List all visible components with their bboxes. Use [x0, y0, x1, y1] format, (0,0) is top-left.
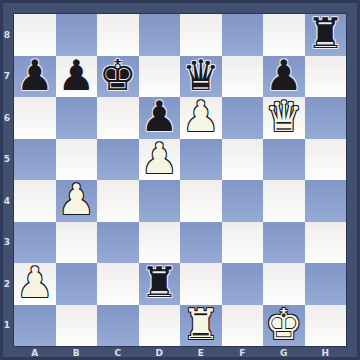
white-pawn[interactable]: ♟: [16, 263, 54, 304]
rank-label-8: 8: [0, 14, 14, 56]
square-d4[interactable]: [139, 180, 181, 222]
square-a3[interactable]: [14, 222, 56, 264]
file-label-f: F: [222, 346, 264, 360]
square-g1[interactable]: ♚: [263, 305, 305, 347]
square-a4[interactable]: [14, 180, 56, 222]
black-queen[interactable]: ♛: [182, 56, 220, 97]
square-h8[interactable]: ♜: [305, 14, 347, 56]
square-b1[interactable]: [56, 305, 98, 347]
rank-label-2: 2: [0, 263, 14, 305]
file-label-g: G: [263, 346, 305, 360]
rank-label-3: 3: [0, 222, 14, 264]
square-e7[interactable]: ♛: [180, 56, 222, 98]
black-pawn[interactable]: ♟: [140, 97, 178, 138]
square-a7[interactable]: ♟: [14, 56, 56, 98]
rank-label-6: 6: [0, 97, 14, 139]
square-b5[interactable]: [56, 139, 98, 181]
square-c8[interactable]: [97, 14, 139, 56]
square-b4[interactable]: ♟: [56, 180, 98, 222]
square-a1[interactable]: [14, 305, 56, 347]
file-label-h: H: [305, 346, 347, 360]
square-h5[interactable]: [305, 139, 347, 181]
square-e3[interactable]: [180, 222, 222, 264]
rank-label-4: 4: [0, 180, 14, 222]
rank-label-1: 1: [0, 305, 14, 347]
square-e5[interactable]: [180, 139, 222, 181]
square-f4[interactable]: [222, 180, 264, 222]
black-rook[interactable]: ♜: [140, 263, 178, 304]
square-h6[interactable]: [305, 97, 347, 139]
square-c3[interactable]: [97, 222, 139, 264]
square-f5[interactable]: [222, 139, 264, 181]
square-d3[interactable]: [139, 222, 181, 264]
square-h3[interactable]: [305, 222, 347, 264]
square-d6[interactable]: ♟: [139, 97, 181, 139]
square-a2[interactable]: ♟: [14, 263, 56, 305]
white-rook[interactable]: ♜: [182, 305, 220, 346]
file-labels: ABCDEFGH: [14, 346, 346, 360]
square-a8[interactable]: [14, 14, 56, 56]
square-c4[interactable]: [97, 180, 139, 222]
square-e2[interactable]: [180, 263, 222, 305]
white-queen[interactable]: ♛: [265, 97, 303, 138]
file-label-c: C: [97, 346, 139, 360]
square-h4[interactable]: [305, 180, 347, 222]
square-c5[interactable]: [97, 139, 139, 181]
square-g5[interactable]: [263, 139, 305, 181]
file-label-d: D: [139, 346, 181, 360]
chess-board-frame: 87654321 ABCDEFGH ♜♟♟♚♛♟♟♟♛♟♟♟♜♜♚: [0, 0, 360, 360]
square-h2[interactable]: [305, 263, 347, 305]
square-d2[interactable]: ♜: [139, 263, 181, 305]
square-d5[interactable]: ♟: [139, 139, 181, 181]
white-pawn[interactable]: ♟: [57, 180, 95, 221]
square-e8[interactable]: [180, 14, 222, 56]
file-label-e: E: [180, 346, 222, 360]
chess-board[interactable]: ♜♟♟♚♛♟♟♟♛♟♟♟♜♜♚: [14, 14, 346, 346]
square-e6[interactable]: ♟: [180, 97, 222, 139]
white-king[interactable]: ♚: [265, 305, 303, 346]
square-c6[interactable]: [97, 97, 139, 139]
square-f6[interactable]: [222, 97, 264, 139]
black-king[interactable]: ♚: [99, 56, 137, 97]
square-e4[interactable]: [180, 180, 222, 222]
square-d7[interactable]: [139, 56, 181, 98]
square-g8[interactable]: [263, 14, 305, 56]
square-g6[interactable]: ♛: [263, 97, 305, 139]
rank-label-5: 5: [0, 139, 14, 181]
square-f3[interactable]: [222, 222, 264, 264]
square-a6[interactable]: [14, 97, 56, 139]
square-f7[interactable]: [222, 56, 264, 98]
square-g2[interactable]: [263, 263, 305, 305]
black-pawn[interactable]: ♟: [57, 56, 95, 97]
square-b6[interactable]: [56, 97, 98, 139]
square-b7[interactable]: ♟: [56, 56, 98, 98]
square-b3[interactable]: [56, 222, 98, 264]
rank-labels: 87654321: [0, 14, 14, 346]
square-c7[interactable]: ♚: [97, 56, 139, 98]
square-b2[interactable]: [56, 263, 98, 305]
square-g3[interactable]: [263, 222, 305, 264]
black-pawn[interactable]: ♟: [265, 56, 303, 97]
black-rook[interactable]: ♜: [306, 14, 344, 55]
square-c1[interactable]: [97, 305, 139, 347]
square-d8[interactable]: [139, 14, 181, 56]
square-f1[interactable]: [222, 305, 264, 347]
square-g4[interactable]: [263, 180, 305, 222]
square-a5[interactable]: [14, 139, 56, 181]
white-pawn[interactable]: ♟: [140, 139, 178, 180]
square-h1[interactable]: [305, 305, 347, 347]
square-b8[interactable]: [56, 14, 98, 56]
file-label-a: A: [14, 346, 56, 360]
rank-label-7: 7: [0, 56, 14, 98]
file-label-b: B: [56, 346, 98, 360]
square-f2[interactable]: [222, 263, 264, 305]
square-g7[interactable]: ♟: [263, 56, 305, 98]
square-e1[interactable]: ♜: [180, 305, 222, 347]
black-pawn[interactable]: ♟: [16, 56, 54, 97]
square-f8[interactable]: [222, 14, 264, 56]
square-d1[interactable]: [139, 305, 181, 347]
square-h7[interactable]: [305, 56, 347, 98]
square-c2[interactable]: [97, 263, 139, 305]
white-pawn[interactable]: ♟: [182, 97, 220, 138]
